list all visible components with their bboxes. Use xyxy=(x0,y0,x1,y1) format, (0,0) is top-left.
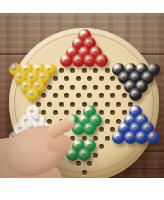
hand xyxy=(0,13,164,178)
photo xyxy=(0,13,164,178)
product-photo-page xyxy=(0,0,164,200)
